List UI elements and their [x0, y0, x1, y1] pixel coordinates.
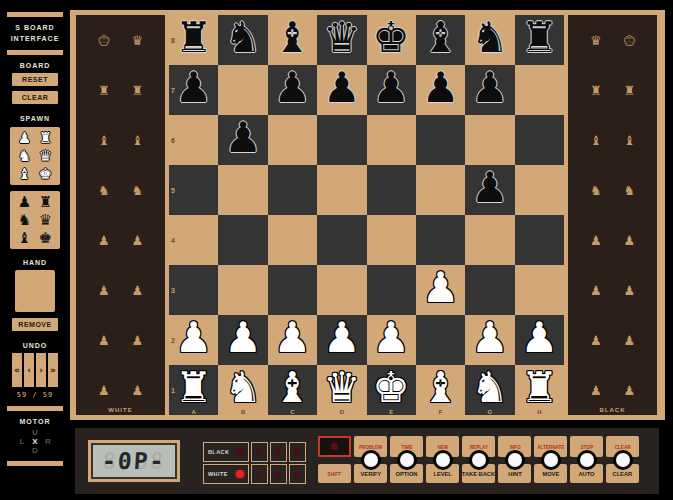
square-g1[interactable]: G♞ — [465, 365, 514, 415]
tray-p-icon: ♟ — [98, 234, 110, 247]
piece-wn-g1[interactable]: ♞ — [471, 367, 509, 409]
square-e2[interactable]: ♟ — [367, 315, 416, 365]
square-b5[interactable] — [218, 165, 267, 215]
piece-wp-b2[interactable]: ♟ — [224, 317, 262, 359]
chess-board: 8♜♞♝♛♚♝♞♜7♟♟♟♟♟♟6♟5♟43♟2♟♟♟♟♟♟♟1A♜B♞C♝D♛… — [169, 15, 564, 415]
white-tray-label: WHITE — [76, 407, 165, 413]
square-d2[interactable]: ♟ — [317, 315, 366, 365]
square-d1[interactable]: D♛ — [317, 365, 366, 415]
tray-p-icon: ♟ — [131, 284, 143, 297]
black-b-piece-icon: ♝ — [18, 231, 31, 246]
piece-bp-f7[interactable]: ♟ — [422, 67, 460, 109]
square-d5[interactable] — [317, 165, 366, 215]
piece-bp-b6[interactable]: ♟ — [224, 117, 262, 159]
tray-q-icon: ♛ — [131, 34, 143, 47]
motor-left-button[interactable]: L — [20, 437, 25, 446]
square-a8[interactable]: 8♜ — [169, 15, 218, 65]
rank-label-4: 4 — [171, 237, 175, 244]
piece-bk-e8[interactable]: ♚ — [372, 17, 410, 59]
square-f3[interactable]: ♟ — [416, 265, 465, 315]
tray-r-icon: ♜ — [98, 84, 110, 97]
rank-label-7: 7 — [171, 87, 175, 94]
square-h8[interactable]: ♜ — [515, 15, 564, 65]
spawn-palette-black: ♟♜♞♛♝♚ — [10, 191, 60, 249]
take-back-button[interactable] — [469, 450, 489, 470]
tray-row: ♝♝ — [568, 115, 657, 165]
square-e8[interactable]: ♚ — [367, 15, 416, 65]
square-f7[interactable]: ♟ — [416, 65, 465, 115]
undo-controls: «‹›» — [12, 353, 58, 387]
white-n-piece-icon: ♞ — [18, 149, 31, 164]
indicator-cell: ♞ — [270, 464, 287, 484]
spawn-section-label: SPAWN — [20, 115, 50, 122]
square-h4[interactable] — [515, 215, 564, 265]
square-h7[interactable] — [515, 65, 564, 115]
motor-center-button[interactable]: X — [32, 437, 37, 446]
square-g3[interactable] — [465, 265, 514, 315]
rank-label-3: 3 — [171, 287, 175, 294]
app-title: S BOARD INTERFACE — [11, 22, 60, 44]
level-shift-label: NEW — [437, 444, 448, 450]
indicator-p-icon: ♟ — [292, 468, 303, 480]
file-label-b: B — [241, 409, 245, 415]
black-k-piece-icon: ♚ — [39, 231, 52, 246]
hint-button[interactable] — [505, 450, 525, 470]
motor-right-button[interactable]: R — [45, 437, 51, 446]
piece-bn-g8[interactable]: ♞ — [471, 17, 509, 59]
indicator-led-black — [236, 448, 244, 456]
hint-shift-label: INFO — [509, 444, 520, 450]
piece-wp-e2[interactable]: ♟ — [372, 317, 410, 359]
square-b3[interactable] — [218, 265, 267, 315]
shift-led — [331, 443, 338, 450]
square-f8[interactable]: ♝ — [416, 15, 465, 65]
white-tray-slots: ♚♛♜♜♝♝♞♞♟♟♟♟♟♟♟♟ — [76, 15, 165, 415]
tray-row: ♚♛ — [76, 15, 165, 65]
indicator-main-black: BLACK — [203, 442, 249, 462]
piece-bp-g7[interactable]: ♟ — [471, 67, 509, 109]
tray-p-icon: ♟ — [131, 384, 143, 397]
file-label-c: C — [290, 409, 294, 415]
square-h2[interactable]: ♟ — [515, 315, 564, 365]
tray-b-icon: ♝ — [131, 134, 143, 147]
divider-bar — [7, 12, 63, 17]
piece-wn-b1[interactable]: ♞ — [224, 367, 262, 409]
piece-bq-d8[interactable]: ♛ — [323, 17, 361, 59]
tray-row: ♞♞ — [76, 165, 165, 215]
spawn-black-n-button[interactable]: ♞ — [14, 211, 35, 229]
indicator-label-black: BLACK — [208, 449, 229, 455]
tray-p-icon: ♟ — [98, 284, 110, 297]
tray-row: ♝♝ — [76, 115, 165, 165]
spawn-black-p-button[interactable]: ♟ — [14, 193, 35, 211]
square-h3[interactable] — [515, 265, 564, 315]
indicator-row-black: BLACK♛♜♟ — [203, 442, 306, 462]
spawn-white-p-button[interactable]: ♟ — [14, 129, 35, 147]
shift-led-box — [318, 436, 351, 457]
auto-label: AUTO — [578, 471, 594, 477]
move-button[interactable] — [541, 450, 561, 470]
black-q-piece-icon: ♛ — [39, 213, 52, 228]
level-button[interactable] — [433, 450, 453, 470]
file-label-h: H — [537, 409, 541, 415]
undo-counter: 59 / 59 — [17, 391, 54, 399]
spawn-palette-white: ♟♜♞♛♝♚ — [10, 127, 60, 185]
square-c8[interactable]: ♝ — [268, 15, 317, 65]
tray-p-icon: ♟ — [98, 384, 110, 397]
move-label: MOVE — [542, 471, 559, 477]
take-back-shift-label: REPLAY — [469, 444, 487, 450]
tray-row: ♟♟ — [76, 315, 165, 365]
piece-bb-c8[interactable]: ♝ — [274, 17, 312, 59]
control-sidebar: S BOARD INTERFACE BOARD RESET CLEAR SPAW… — [7, 12, 63, 466]
option-label: OPTION — [396, 471, 418, 477]
square-c5[interactable] — [268, 165, 317, 215]
piece-bp-d7[interactable]: ♟ — [323, 67, 361, 109]
piece-wp-g2[interactable]: ♟ — [471, 317, 509, 359]
square-e1[interactable]: E♚ — [367, 365, 416, 415]
piece-wp-f3[interactable]: ♟ — [422, 267, 460, 309]
lcd-display: 8888 -0P- — [88, 440, 180, 482]
square-c4[interactable] — [268, 215, 317, 265]
piece-br-a8[interactable]: ♜ — [175, 17, 213, 59]
black-r-piece-icon: ♜ — [39, 195, 52, 210]
square-b2[interactable]: ♟ — [218, 315, 267, 365]
button-column-option: TIMEOPTION — [390, 436, 423, 488]
piece-bp-e7[interactable]: ♟ — [372, 67, 410, 109]
square-e7[interactable]: ♟ — [367, 65, 416, 115]
tray-row: ♜♜ — [568, 65, 657, 115]
shift-button-label: SHIFT — [328, 471, 341, 477]
indicator-cell: ♟ — [289, 442, 306, 462]
turn-indicator-panel: BLACK♛♜♟WHITE♝♞♟ — [203, 442, 306, 484]
square-a6[interactable]: 6 — [169, 115, 218, 165]
tray-p-icon: ♟ — [131, 234, 143, 247]
square-f1[interactable]: F♝ — [416, 365, 465, 415]
spawn-white-r-button[interactable]: ♜ — [35, 129, 56, 147]
spawn-white-q-button[interactable]: ♛ — [35, 147, 56, 165]
clear-board-button[interactable]: CLEAR — [12, 91, 58, 104]
white-p-piece-icon: ♟ — [18, 131, 31, 146]
piece-wr-h1[interactable]: ♜ — [520, 367, 558, 409]
tray-p-icon: ♟ — [98, 334, 110, 347]
piece-wr-a1[interactable]: ♜ — [175, 367, 213, 409]
hand-section-label: HAND — [23, 259, 47, 266]
remove-button[interactable]: REMOVE — [12, 318, 58, 331]
tray-k-icon: ♚ — [98, 34, 110, 47]
square-a2[interactable]: 2♟ — [169, 315, 218, 365]
square-g8[interactable]: ♞ — [465, 15, 514, 65]
spawn-white-n-button[interactable]: ♞ — [14, 147, 35, 165]
piece-wp-d2[interactable]: ♟ — [323, 317, 361, 359]
tray-p-icon: ♟ — [590, 284, 602, 297]
tray-row: ♟♟ — [568, 315, 657, 365]
piece-wp-c2[interactable]: ♟ — [274, 317, 312, 359]
piece-wp-a2[interactable]: ♟ — [175, 317, 213, 359]
button-bank: SHIFT PROBLEMVERIFYTIMEOPTIONNEWLEVELREP… — [318, 436, 639, 488]
indicator-led-white — [236, 470, 244, 478]
tray-n-icon: ♞ — [98, 184, 110, 197]
indicator-cell: ♛ — [251, 442, 268, 462]
button-column-move: ALTERNATEMOVE — [534, 436, 567, 488]
indicator-b-icon: ♝ — [254, 468, 265, 480]
black-piece-tray: ♛♚♜♜♝♝♞♞♟♟♟♟♟♟♟♟ BLACK — [568, 15, 657, 415]
verify-button[interactable] — [361, 450, 381, 470]
indicator-cell: ♟ — [289, 464, 306, 484]
white-q-piece-icon: ♛ — [39, 149, 52, 164]
square-g2[interactable]: ♟ — [465, 315, 514, 365]
piece-wb-f1[interactable]: ♝ — [422, 367, 460, 409]
spawn-white-k-button[interactable]: ♚ — [35, 165, 56, 183]
tray-n-icon: ♞ — [623, 184, 635, 197]
button-column-clear: CLEARCLEAR — [606, 436, 639, 488]
tray-k-icon: ♚ — [623, 34, 635, 47]
square-g6[interactable] — [465, 115, 514, 165]
board-section-label: BOARD — [20, 62, 51, 69]
auto-shift-label: STOP — [580, 444, 592, 450]
piece-wk-e1[interactable]: ♚ — [372, 367, 410, 409]
tray-p-icon: ♟ — [590, 334, 602, 347]
square-f5[interactable] — [416, 165, 465, 215]
tray-row: ♜♜ — [76, 65, 165, 115]
tray-b-icon: ♝ — [98, 134, 110, 147]
indicator-n-icon: ♞ — [273, 468, 284, 480]
square-h5[interactable] — [515, 165, 564, 215]
level-label: LEVEL — [433, 471, 451, 477]
square-c2[interactable]: ♟ — [268, 315, 317, 365]
square-b7[interactable] — [218, 65, 267, 115]
square-d4[interactable] — [317, 215, 366, 265]
tray-row: ♟♟ — [568, 265, 657, 315]
undo-section-label: UNDO — [23, 342, 48, 349]
tray-p-icon: ♟ — [590, 234, 602, 247]
white-b-piece-icon: ♝ — [18, 167, 31, 182]
square-g4[interactable] — [465, 215, 514, 265]
tray-p-icon: ♟ — [623, 234, 635, 247]
tray-r-icon: ♜ — [131, 84, 143, 97]
tray-row: ♛♚ — [568, 15, 657, 65]
square-b8[interactable]: ♞ — [218, 15, 267, 65]
white-piece-tray: ♚♛♜♜♝♝♞♞♟♟♟♟♟♟♟♟ WHITE — [76, 15, 165, 415]
spawn-white-b-button[interactable]: ♝ — [14, 165, 35, 183]
square-e6[interactable] — [367, 115, 416, 165]
tray-row: ♟♟ — [76, 265, 165, 315]
square-a4[interactable]: 4 — [169, 215, 218, 265]
shift-column: SHIFT — [318, 436, 351, 488]
white-k-piece-icon: ♚ — [39, 167, 52, 182]
tray-n-icon: ♞ — [131, 184, 143, 197]
square-b1[interactable]: B♞ — [218, 365, 267, 415]
square-e3[interactable] — [367, 265, 416, 315]
clear-label: CLEAR — [613, 471, 633, 477]
motor-up-button[interactable]: U — [32, 428, 38, 437]
square-c6[interactable] — [268, 115, 317, 165]
spawn-black-q-button[interactable]: ♛ — [35, 211, 56, 229]
square-d6[interactable] — [317, 115, 366, 165]
tray-q-icon: ♛ — [590, 34, 602, 47]
square-h1[interactable]: H♜ — [515, 365, 564, 415]
square-f2[interactable] — [416, 315, 465, 365]
square-d7[interactable]: ♟ — [317, 65, 366, 115]
divider-bar — [7, 406, 63, 411]
square-b4[interactable] — [218, 215, 267, 265]
button-column-take-back: REPLAYTAKE BACK — [462, 436, 495, 488]
option-button[interactable] — [397, 450, 417, 470]
indicator-cell: ♜ — [270, 442, 287, 462]
square-a5[interactable]: 5 — [169, 165, 218, 215]
indicator-p-icon: ♟ — [292, 446, 303, 458]
hint-label: HINT — [508, 471, 521, 477]
square-a3[interactable]: 3 — [169, 265, 218, 315]
undo-last-button[interactable]: » — [48, 353, 58, 387]
piece-wb-c1[interactable]: ♝ — [274, 367, 312, 409]
auto-button[interactable] — [577, 450, 597, 470]
verify-shift-label: PROBLEM — [359, 444, 382, 450]
rank-label-1: 1 — [171, 387, 175, 394]
file-label-a: A — [192, 409, 196, 415]
undo-first-button[interactable]: « — [12, 353, 22, 387]
board-frame: ♚♛♜♜♝♝♞♞♟♟♟♟♟♟♟♟ WHITE 8♜♞♝♛♚♝♞♜7♟♟♟♟♟♟6… — [70, 10, 665, 420]
square-d3[interactable] — [317, 265, 366, 315]
piece-bp-a7[interactable]: ♟ — [175, 67, 213, 109]
file-label-e: E — [389, 409, 393, 415]
piece-bp-c7[interactable]: ♟ — [274, 67, 312, 109]
lcd-screen: 8888 -0P- — [93, 445, 175, 477]
button-column-level: NEWLEVEL — [426, 436, 459, 488]
app-title-line1: S BOARD — [15, 24, 54, 31]
square-g7[interactable]: ♟ — [465, 65, 514, 115]
square-e5[interactable] — [367, 165, 416, 215]
file-label-d: D — [340, 409, 344, 415]
indicator-q-icon: ♛ — [254, 446, 265, 458]
square-f6[interactable] — [416, 115, 465, 165]
tray-row: ♟♟ — [76, 215, 165, 265]
piece-bn-b8[interactable]: ♞ — [224, 17, 262, 59]
tray-row: ♞♞ — [568, 165, 657, 215]
motor-down-button[interactable]: D — [32, 446, 38, 455]
verify-label: VERIFY — [360, 471, 381, 477]
divider-bar — [7, 461, 63, 466]
piece-wp-h2[interactable]: ♟ — [520, 317, 558, 359]
black-tray-slots: ♛♚♜♜♝♝♞♞♟♟♟♟♟♟♟♟ — [568, 15, 657, 415]
square-e4[interactable] — [367, 215, 416, 265]
button-column-verify: PROBLEMVERIFY — [354, 436, 387, 488]
square-f4[interactable] — [416, 215, 465, 265]
tray-row: ♟♟ — [568, 215, 657, 265]
motor-pad: U L X R D — [16, 428, 55, 455]
square-c3[interactable] — [268, 265, 317, 315]
rank-label-8: 8 — [171, 37, 175, 44]
piece-bp-g5[interactable]: ♟ — [471, 167, 509, 209]
hand-slot[interactable] — [15, 270, 55, 312]
indicator-label-white: WHITE — [208, 471, 228, 477]
reset-button[interactable]: RESET — [12, 73, 58, 86]
tray-n-icon: ♞ — [590, 184, 602, 197]
tray-p-icon: ♟ — [590, 384, 602, 397]
black-p-piece-icon: ♟ — [18, 195, 31, 210]
square-a7[interactable]: 7♟ — [169, 65, 218, 115]
option-shift-label: TIME — [401, 444, 412, 450]
file-label-g: G — [488, 409, 493, 415]
file-label-f: F — [439, 409, 443, 415]
undo-back-button[interactable]: ‹ — [24, 353, 34, 387]
piece-wq-d1[interactable]: ♛ — [323, 367, 361, 409]
indicator-row-white: WHITE♝♞♟ — [203, 464, 306, 484]
lcd-bezel: 8888 -0P- — [91, 443, 177, 479]
tray-p-icon: ♟ — [623, 384, 635, 397]
move-shift-label: ALTERNATE — [537, 444, 564, 450]
square-c1[interactable]: C♝ — [268, 365, 317, 415]
square-h6[interactable] — [515, 115, 564, 165]
indicator-r-icon: ♜ — [273, 446, 284, 458]
black-tray-label: BLACK — [568, 407, 657, 413]
tray-r-icon: ♜ — [623, 84, 635, 97]
indicator-main-white: WHITE — [203, 464, 249, 484]
tray-p-icon: ♟ — [623, 334, 635, 347]
shift-button[interactable]: SHIFT — [318, 464, 351, 483]
spawn-black-r-button[interactable]: ♜ — [35, 193, 56, 211]
spawn-black-k-button[interactable]: ♚ — [35, 229, 56, 247]
lcd-readout: -0P- — [101, 448, 166, 474]
motor-section-label: MOTOR — [20, 418, 51, 425]
piece-br-h8[interactable]: ♜ — [520, 17, 558, 59]
undo-forward-button[interactable]: › — [36, 353, 46, 387]
spawn-black-b-button[interactable]: ♝ — [14, 229, 35, 247]
tray-r-icon: ♜ — [590, 84, 602, 97]
button-column-auto: STOPAUTO — [570, 436, 603, 488]
divider-bar — [7, 50, 63, 55]
console-panel: 8888 -0P- BLACK♛♜♟WHITE♝♞♟ SHIFT PROBLEM… — [75, 428, 659, 494]
square-b6[interactable]: ♟ — [218, 115, 267, 165]
button-column-hint: INFOHINT — [498, 436, 531, 488]
tray-p-icon: ♟ — [623, 284, 635, 297]
square-c7[interactable]: ♟ — [268, 65, 317, 115]
square-g5[interactable]: ♟ — [465, 165, 514, 215]
rank-label-2: 2 — [171, 337, 175, 344]
clear-button[interactable] — [613, 450, 633, 470]
take-back-label: TAKE BACK — [462, 471, 495, 477]
rank-label-6: 6 — [171, 137, 175, 144]
app-title-line2: INTERFACE — [11, 35, 60, 42]
rank-label-5: 5 — [171, 187, 175, 194]
piece-bb-f8[interactable]: ♝ — [422, 17, 460, 59]
square-d8[interactable]: ♛ — [317, 15, 366, 65]
clear-shift-label: CLEAR — [615, 444, 631, 450]
tray-b-icon: ♝ — [623, 134, 635, 147]
black-n-piece-icon: ♞ — [18, 213, 31, 228]
tray-p-icon: ♟ — [131, 334, 143, 347]
square-a1[interactable]: 1A♜ — [169, 365, 218, 415]
indicator-cell: ♝ — [251, 464, 268, 484]
tray-b-icon: ♝ — [590, 134, 602, 147]
white-r-piece-icon: ♜ — [39, 131, 52, 146]
